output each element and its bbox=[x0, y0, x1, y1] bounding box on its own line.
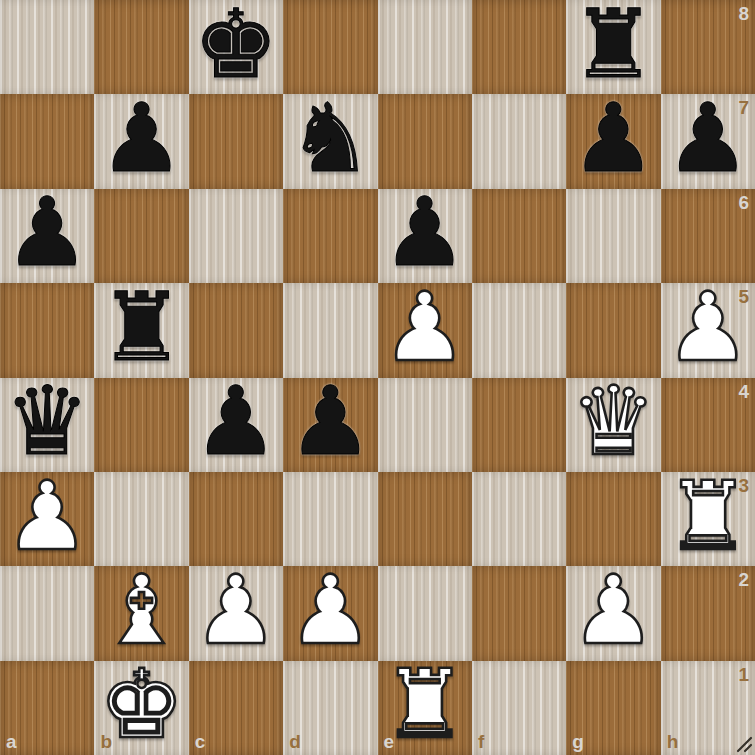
coord-label-file-c: c bbox=[195, 731, 206, 753]
square-h4[interactable]: 4 bbox=[661, 378, 755, 472]
square-h7[interactable]: 7♟ bbox=[661, 94, 755, 188]
square-e6[interactable]: ♟ bbox=[378, 189, 472, 283]
square-e8[interactable] bbox=[378, 0, 472, 94]
square-f1[interactable]: f bbox=[472, 661, 566, 755]
coord-label-rank-4: 4 bbox=[738, 381, 749, 403]
square-g1[interactable]: g bbox=[566, 661, 660, 755]
piece-black-queen-a4[interactable]: ♛ bbox=[0, 375, 94, 469]
square-d6[interactable] bbox=[283, 189, 377, 283]
piece-white-pawn-h5[interactable]: ♟ bbox=[661, 280, 755, 374]
piece-white-pawn-c2[interactable]: ♟ bbox=[189, 563, 283, 657]
coord-label-rank-8: 8 bbox=[738, 3, 749, 25]
square-a8[interactable] bbox=[0, 0, 94, 94]
square-f8[interactable] bbox=[472, 0, 566, 94]
square-h5[interactable]: 5♟ bbox=[661, 283, 755, 377]
coord-label-rank-1: 1 bbox=[738, 664, 749, 686]
square-c8[interactable]: ♚ bbox=[189, 0, 283, 94]
square-d3[interactable] bbox=[283, 472, 377, 566]
square-a3[interactable]: ♟ bbox=[0, 472, 94, 566]
board-resize-handle-icon[interactable] bbox=[734, 734, 754, 754]
square-c6[interactable] bbox=[189, 189, 283, 283]
square-g4[interactable]: ♛ bbox=[566, 378, 660, 472]
square-b3[interactable] bbox=[94, 472, 188, 566]
square-e3[interactable] bbox=[378, 472, 472, 566]
piece-black-king-c8[interactable]: ♚ bbox=[189, 0, 283, 91]
square-d1[interactable]: d bbox=[283, 661, 377, 755]
square-b5[interactable]: ♜ bbox=[94, 283, 188, 377]
square-h8[interactable]: 8 bbox=[661, 0, 755, 94]
square-h6[interactable]: 6 bbox=[661, 189, 755, 283]
coord-label-rank-6: 6 bbox=[738, 192, 749, 214]
coord-label-file-g: g bbox=[572, 731, 584, 753]
square-b4[interactable] bbox=[94, 378, 188, 472]
square-d4[interactable]: ♟ bbox=[283, 378, 377, 472]
piece-white-pawn-d2[interactable]: ♟ bbox=[283, 563, 377, 657]
square-a6[interactable]: ♟ bbox=[0, 189, 94, 283]
square-g8[interactable]: ♜ bbox=[566, 0, 660, 94]
square-a7[interactable] bbox=[0, 94, 94, 188]
square-d8[interactable] bbox=[283, 0, 377, 94]
square-c2[interactable]: ♟ bbox=[189, 566, 283, 660]
square-d5[interactable] bbox=[283, 283, 377, 377]
piece-white-king-b1[interactable]: ♚ bbox=[94, 658, 188, 752]
square-f6[interactable] bbox=[472, 189, 566, 283]
coord-label-file-a: a bbox=[6, 731, 17, 753]
piece-black-rook-b5[interactable]: ♜ bbox=[94, 280, 188, 374]
square-b1[interactable]: b♚ bbox=[94, 661, 188, 755]
square-c4[interactable]: ♟ bbox=[189, 378, 283, 472]
square-b8[interactable] bbox=[94, 0, 188, 94]
piece-white-pawn-a3[interactable]: ♟ bbox=[0, 469, 94, 563]
square-f4[interactable] bbox=[472, 378, 566, 472]
square-b6[interactable] bbox=[94, 189, 188, 283]
coord-label-file-h: h bbox=[667, 731, 679, 753]
square-c1[interactable]: c bbox=[189, 661, 283, 755]
piece-black-pawn-b7[interactable]: ♟ bbox=[94, 91, 188, 185]
coord-label-file-f: f bbox=[478, 731, 484, 753]
square-e7[interactable] bbox=[378, 94, 472, 188]
piece-black-knight-d7[interactable]: ♞ bbox=[283, 91, 377, 185]
coord-label-rank-2: 2 bbox=[738, 569, 749, 591]
square-h2[interactable]: 2 bbox=[661, 566, 755, 660]
piece-black-pawn-e6[interactable]: ♟ bbox=[378, 186, 472, 280]
piece-white-pawn-e5[interactable]: ♟ bbox=[378, 280, 472, 374]
square-f5[interactable] bbox=[472, 283, 566, 377]
piece-white-rook-h3[interactable]: ♜ bbox=[661, 469, 755, 563]
square-b2[interactable]: ♝ bbox=[94, 566, 188, 660]
square-a2[interactable] bbox=[0, 566, 94, 660]
piece-black-rook-g8[interactable]: ♜ bbox=[566, 0, 660, 91]
piece-white-rook-e1[interactable]: ♜ bbox=[378, 658, 472, 752]
piece-black-pawn-a6[interactable]: ♟ bbox=[0, 186, 94, 280]
square-e4[interactable] bbox=[378, 378, 472, 472]
piece-white-pawn-g2[interactable]: ♟ bbox=[566, 563, 660, 657]
square-d7[interactable]: ♞ bbox=[283, 94, 377, 188]
square-g3[interactable] bbox=[566, 472, 660, 566]
square-g6[interactable] bbox=[566, 189, 660, 283]
square-f2[interactable] bbox=[472, 566, 566, 660]
square-c5[interactable] bbox=[189, 283, 283, 377]
square-c3[interactable] bbox=[189, 472, 283, 566]
square-c7[interactable] bbox=[189, 94, 283, 188]
piece-black-pawn-h7[interactable]: ♟ bbox=[661, 91, 755, 185]
square-e1[interactable]: e♜ bbox=[378, 661, 472, 755]
square-d2[interactable]: ♟ bbox=[283, 566, 377, 660]
piece-white-queen-g4[interactable]: ♛ bbox=[566, 375, 660, 469]
square-f3[interactable] bbox=[472, 472, 566, 566]
square-g2[interactable]: ♟ bbox=[566, 566, 660, 660]
square-a1[interactable]: a bbox=[0, 661, 94, 755]
chess-board: ♚♜8♟♞♟7♟♟♟6♜♟5♟♛♟♟♛4♟3♜♝♟♟♟2ab♚cde♜fg1h bbox=[0, 0, 755, 755]
square-g5[interactable] bbox=[566, 283, 660, 377]
square-h3[interactable]: 3♜ bbox=[661, 472, 755, 566]
square-a5[interactable] bbox=[0, 283, 94, 377]
square-f7[interactable] bbox=[472, 94, 566, 188]
piece-black-pawn-d4[interactable]: ♟ bbox=[283, 375, 377, 469]
piece-white-bishop-b2[interactable]: ♝ bbox=[94, 563, 188, 657]
coord-label-file-d: d bbox=[289, 731, 301, 753]
square-e2[interactable] bbox=[378, 566, 472, 660]
square-b7[interactable]: ♟ bbox=[94, 94, 188, 188]
square-e5[interactable]: ♟ bbox=[378, 283, 472, 377]
piece-black-pawn-c4[interactable]: ♟ bbox=[189, 375, 283, 469]
square-g7[interactable]: ♟ bbox=[566, 94, 660, 188]
piece-black-pawn-g7[interactable]: ♟ bbox=[566, 91, 660, 185]
square-a4[interactable]: ♛ bbox=[0, 378, 94, 472]
